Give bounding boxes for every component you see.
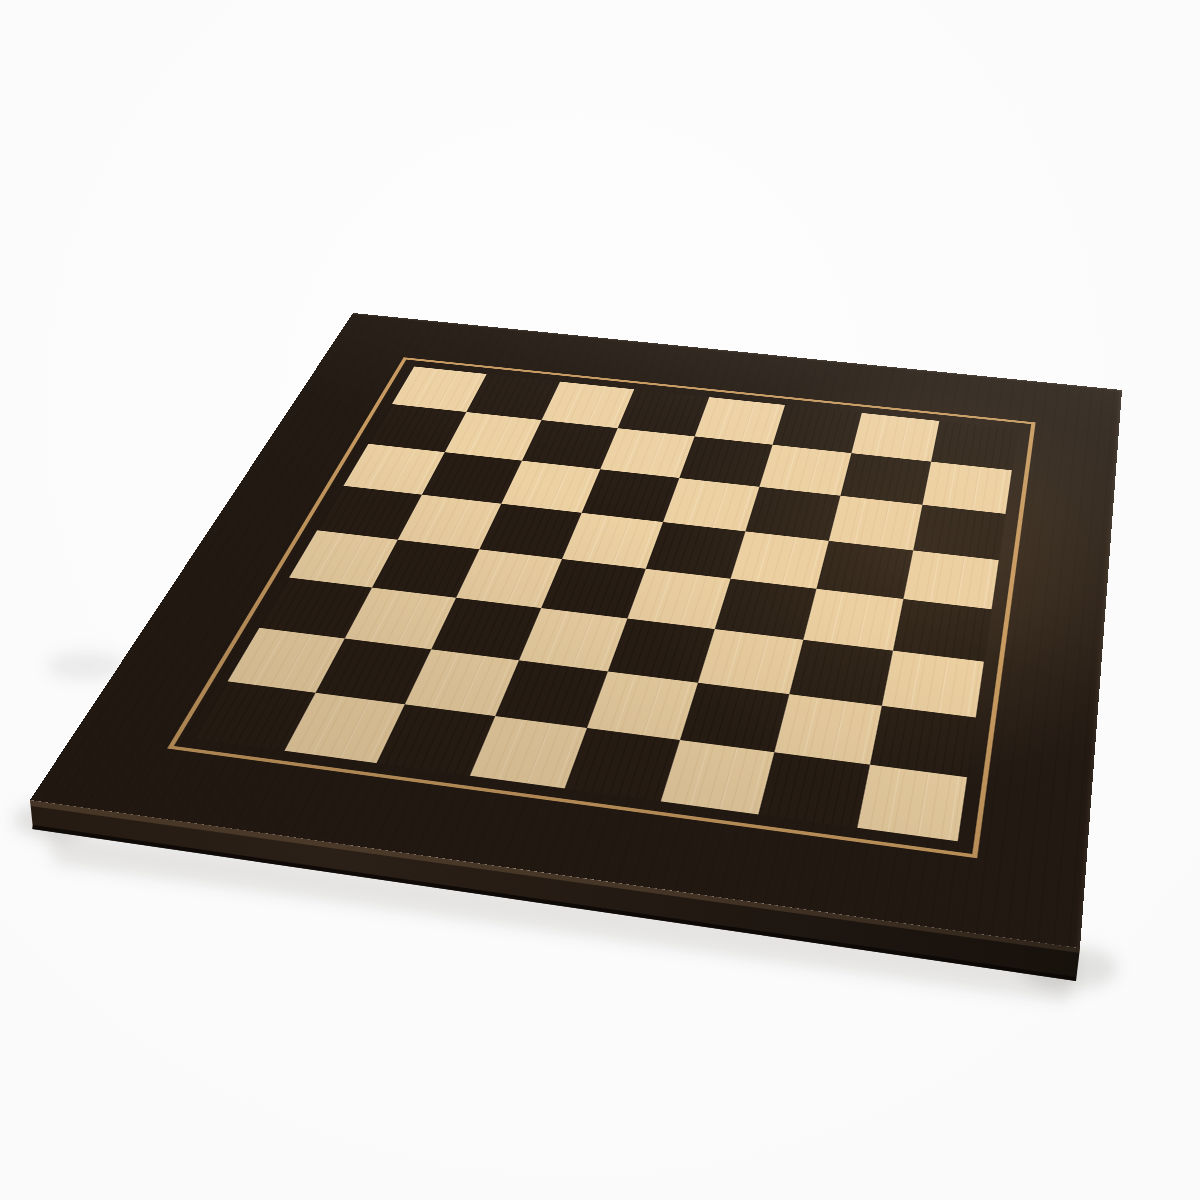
square-f1 — [661, 740, 775, 814]
square-h1 — [857, 765, 967, 842]
square-e1 — [565, 728, 680, 801]
photo-background — [0, 0, 1200, 1200]
playing-field — [194, 366, 1018, 841]
square-g1 — [758, 752, 870, 828]
